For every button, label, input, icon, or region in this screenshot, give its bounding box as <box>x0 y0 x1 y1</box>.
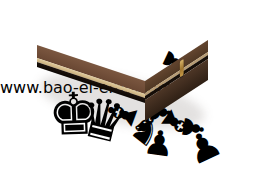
piece-shadow <box>0 13 45 25</box>
piece-shadow <box>0 62 27 69</box>
piece-shadow <box>0 69 30 77</box>
piece-shadow <box>0 0 46 13</box>
piece-white-pawn-1: ♟ <box>141 121 177 165</box>
brass-clasp-icon <box>180 59 184 77</box>
piece-shadow <box>0 25 30 33</box>
piece-shadow <box>0 47 30 55</box>
piece-shadow <box>0 33 29 41</box>
chess-set-product-photo: ♚♛♝♞♟♝♟♟♟♟ www.bao-el-emo.com <box>0 0 258 177</box>
